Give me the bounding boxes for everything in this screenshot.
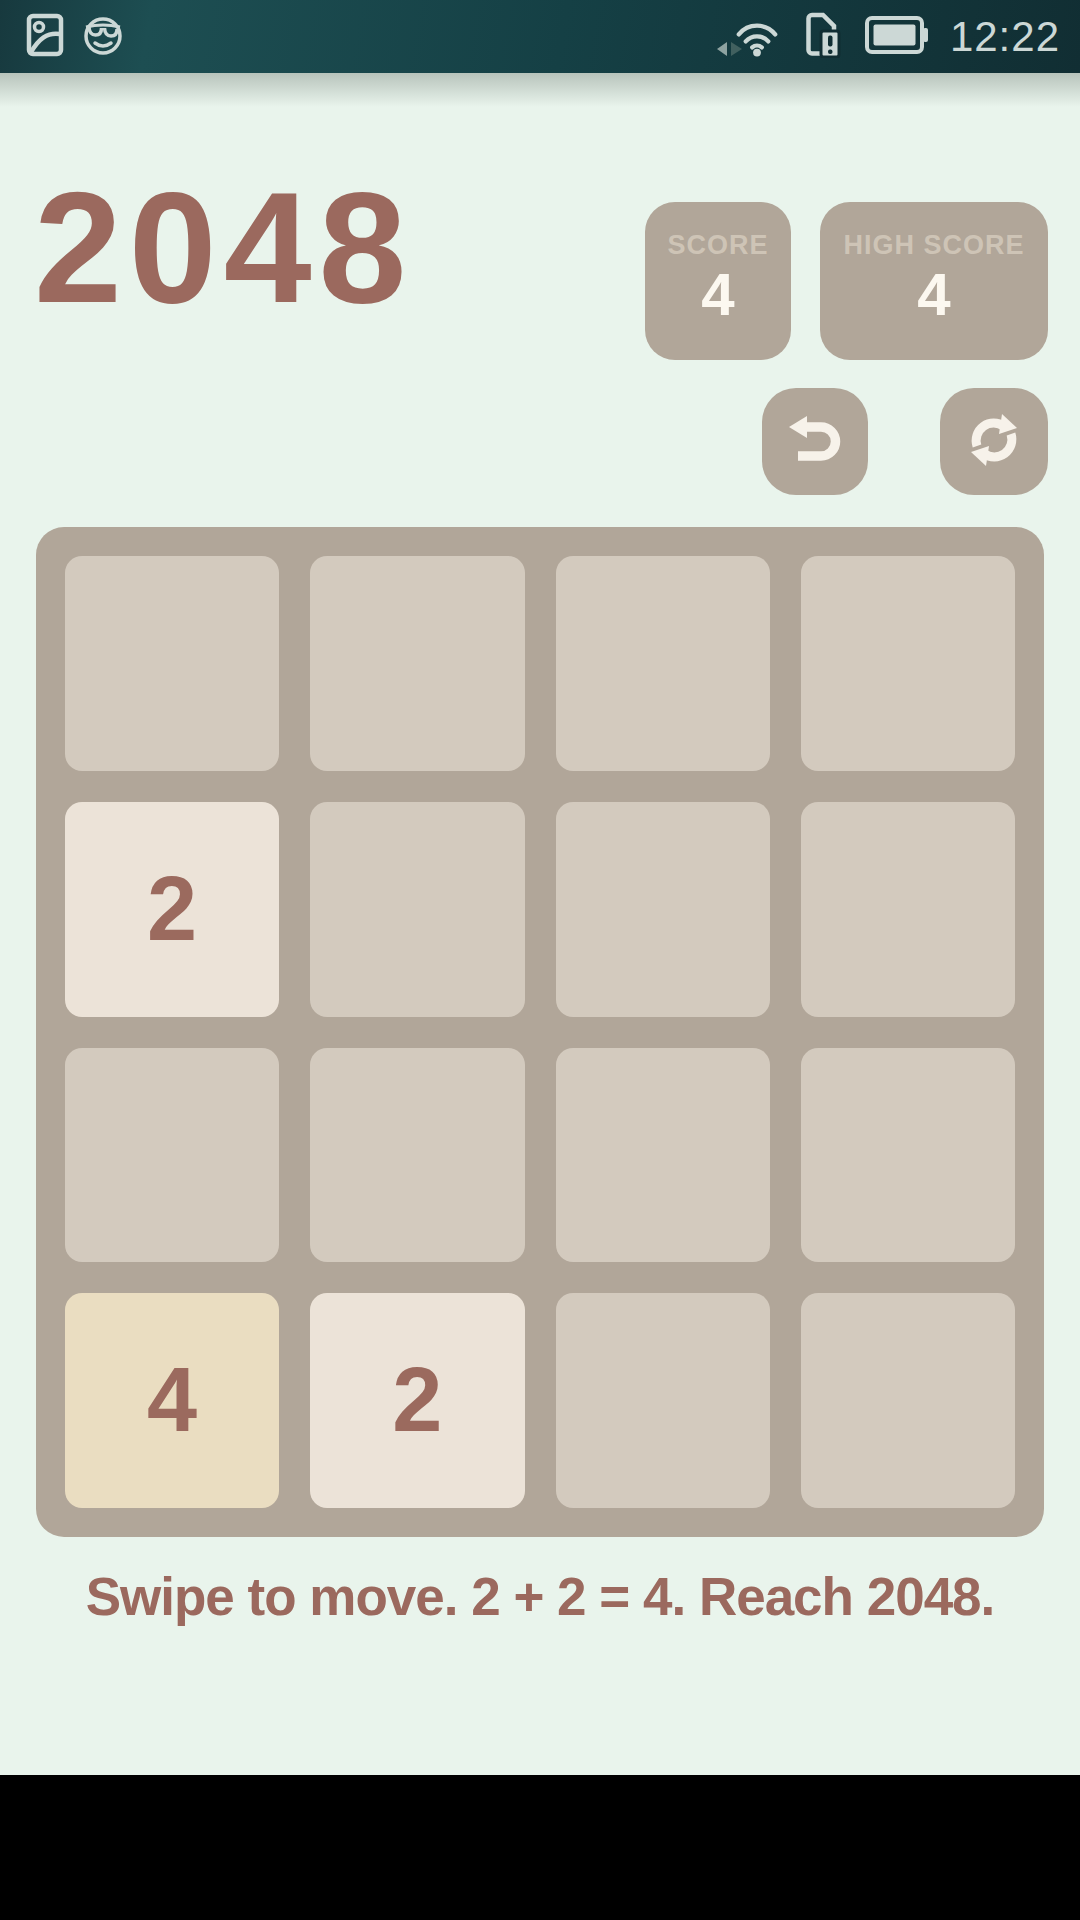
empty-cell bbox=[310, 802, 524, 1017]
high-score-box: HIGH SCORE 4 bbox=[820, 202, 1048, 360]
empty-cell bbox=[556, 556, 770, 771]
tile-2: 2 bbox=[310, 1293, 524, 1508]
status-bar[interactable]: 12:22 bbox=[0, 0, 1080, 73]
status-bar-shadow bbox=[0, 73, 1080, 107]
score-value: 4 bbox=[645, 265, 791, 325]
undo-icon bbox=[784, 410, 846, 473]
empty-cell bbox=[801, 556, 1015, 771]
empty-cell bbox=[801, 1048, 1015, 1263]
score-box: SCORE 4 bbox=[645, 202, 791, 360]
system-icons: 12:22 bbox=[731, 12, 1060, 62]
empty-cell bbox=[801, 802, 1015, 1017]
undo-button[interactable] bbox=[762, 388, 868, 495]
refresh-icon bbox=[964, 409, 1024, 474]
navigation-bar bbox=[0, 1775, 1080, 1920]
tile-2: 2 bbox=[65, 802, 279, 1017]
screen: 12:22 2048 SCORE 4 HIGH SCORE 4 bbox=[0, 0, 1080, 1920]
empty-cell bbox=[801, 1293, 1015, 1508]
battery-icon bbox=[865, 15, 929, 59]
notification-icons bbox=[26, 13, 124, 61]
empty-cell bbox=[310, 556, 524, 771]
empty-cell bbox=[65, 556, 279, 771]
empty-cell bbox=[556, 1293, 770, 1508]
wifi-icon bbox=[731, 13, 783, 61]
high-score-label: HIGH SCORE bbox=[820, 230, 1048, 261]
data-activity-icon bbox=[717, 42, 743, 60]
empty-cell bbox=[310, 1048, 524, 1263]
instructions: Swipe to move. 2 + 2 = 4. Reach 2048. bbox=[0, 1566, 1080, 1627]
cool-emoji-icon bbox=[82, 13, 124, 61]
sim-alert-icon bbox=[804, 12, 844, 62]
board[interactable]: 242 bbox=[36, 527, 1044, 1537]
high-score-value: 4 bbox=[820, 265, 1048, 325]
empty-cell bbox=[556, 1048, 770, 1263]
score-label: SCORE bbox=[645, 230, 791, 261]
tile-4: 4 bbox=[65, 1293, 279, 1508]
screenshot-icon bbox=[26, 13, 64, 61]
status-time: 12:22 bbox=[950, 16, 1060, 58]
empty-cell bbox=[65, 1048, 279, 1263]
app-title: 2048 bbox=[34, 168, 414, 326]
new-game-button[interactable] bbox=[940, 388, 1048, 495]
empty-cell bbox=[556, 802, 770, 1017]
